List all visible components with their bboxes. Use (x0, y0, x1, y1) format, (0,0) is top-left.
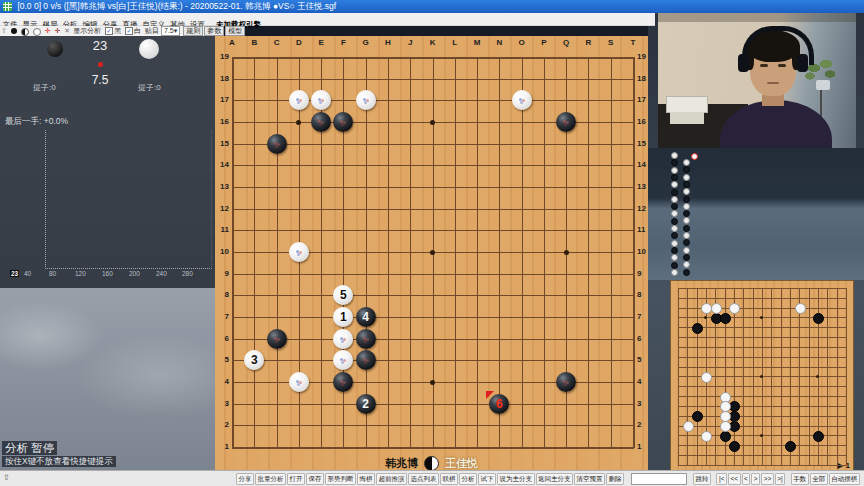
stone-D4[interactable] (289, 372, 309, 392)
tree-node[interactable] (683, 203, 690, 210)
bottom-button-设为主分支[interactable]: 设为主分支 (497, 473, 535, 485)
bottom-button-全部[interactable]: 全部 (810, 473, 828, 485)
tree-node[interactable] (683, 181, 690, 188)
main-board-area: 韩兆博 王佳悦 A1919B1818C1717D1616E1515F1414G1… (215, 26, 648, 470)
jump-move-input[interactable] (631, 473, 687, 485)
coord-number: 17 (216, 95, 229, 104)
nav-back[interactable]: < (742, 473, 751, 485)
coord-number: 4 (216, 377, 229, 386)
nav-forward10[interactable]: >> (761, 473, 774, 485)
coord-letter: M (469, 38, 485, 47)
tree-node[interactable] (671, 247, 678, 254)
stone-F4[interactable] (333, 372, 353, 392)
stone-E17[interactable] (311, 90, 331, 110)
tree-node[interactable] (671, 218, 678, 225)
stone-G7[interactable]: 4 (356, 307, 376, 327)
coord-number: 9 (216, 269, 229, 278)
stone-Q4[interactable] (556, 372, 576, 392)
bottom-toolbar: ⇧ 分享批量分析打开保存形势判断悔棋超前推演选点列表联棋分析试下设为主分支返回主… (0, 470, 864, 486)
coord-number: 16 (216, 117, 229, 126)
clear-marker-icon[interactable]: ✕ (64, 26, 70, 36)
move-tree-panel[interactable] (648, 148, 864, 280)
komi-spinner[interactable]: 7.5▾ (161, 26, 180, 36)
coord-letter: N (491, 38, 507, 47)
tree-node[interactable] (671, 152, 678, 159)
coord-number: 6 (216, 334, 229, 343)
coord-number: 5 (216, 355, 229, 364)
coord-number: 14 (216, 160, 229, 169)
tree-node[interactable] (671, 159, 678, 166)
bottom-button-超前推演[interactable]: 超前推演 (376, 473, 407, 485)
coord-number: 10 (216, 247, 229, 256)
tree-node[interactable] (671, 196, 678, 203)
current-move-dot (98, 62, 103, 67)
tree-node[interactable] (683, 254, 690, 261)
tree-node[interactable] (683, 196, 690, 203)
white-stone-icon[interactable] (33, 28, 41, 36)
komi-value: 7.5 (80, 73, 120, 87)
toolbar-button-参数[interactable]: 参数 (204, 26, 224, 36)
main-board[interactable]: 韩兆博 王佳悦 A1919B1818C1717D1616E1515F1414G1… (215, 36, 648, 470)
stone-B5[interactable] (683, 421, 694, 432)
coord-letter: L (447, 38, 463, 47)
last-move-delta: 最后一手: +0.0% (5, 116, 68, 128)
half-stone-icon[interactable] (21, 28, 29, 36)
stone-G3[interactable]: 2 (356, 394, 376, 414)
go-analysis-app: [0.0 0] 0 v/s ([黑]韩兆博 vs[白]王佳悦)(结果:) - 2… (0, 0, 864, 486)
marker-darkred-icon[interactable]: ✛ (55, 26, 61, 36)
analysis-status: 分析 暂停 (2, 441, 57, 455)
tree-node[interactable] (683, 232, 690, 239)
white-checkbox[interactable]: ✓ (125, 27, 133, 35)
jump-button[interactable]: 跳转 (693, 473, 711, 485)
stone-F5[interactable] (720, 421, 731, 432)
tree-node[interactable] (671, 254, 678, 261)
tree-node[interactable] (683, 159, 690, 166)
black-checkbox[interactable]: ✓ (105, 27, 113, 35)
shortcut-hint: 按住X键不放查看快捷键提示 (2, 456, 116, 467)
analysis-panel: 23 7.5 提子:0 提子:0 最后一手: +0.0% 23408012016… (0, 36, 215, 470)
white-captures: 提子:0 (138, 82, 161, 93)
coord-letter: T (625, 38, 641, 47)
app-icon (3, 2, 12, 11)
coord-letter: Q (558, 38, 574, 47)
window-title: [0.0 0] 0 v/s ([黑]韩兆博 vs[白]王佳悦)(结果:) - 2… (17, 1, 336, 11)
coord-number: 12 (216, 204, 229, 213)
tree-node[interactable] (683, 166, 690, 173)
stone-G3[interactable] (729, 441, 740, 452)
graph-tick: 240 (156, 270, 167, 277)
webcam-video (658, 8, 856, 148)
tree-node[interactable] (683, 217, 690, 224)
tree-node[interactable] (683, 247, 690, 254)
tree-node[interactable] (671, 181, 678, 188)
coord-letter: K (425, 38, 441, 47)
bottom-button-批量分析[interactable]: 批量分析 (255, 473, 286, 485)
coord-letter: O (514, 38, 530, 47)
tree-node[interactable] (683, 261, 690, 268)
player-bar: 韩兆博 王佳悦 (215, 453, 648, 471)
show-analysis-label: 显示分析 (73, 27, 101, 34)
stone-D17[interactable] (289, 90, 309, 110)
tree-node[interactable] (671, 167, 678, 174)
tree-node[interactable] (683, 269, 690, 276)
coord-number: 2 (216, 420, 229, 429)
coord-letter: S (603, 38, 619, 47)
black-checkbox-label: 黑 (114, 27, 121, 34)
stone-F5[interactable] (333, 350, 353, 370)
coord-letter: J (402, 38, 418, 47)
stone-G17[interactable] (729, 303, 740, 314)
stone-Q4[interactable] (813, 431, 824, 442)
stone-N3[interactable]: 6 (489, 394, 509, 414)
stone-O17[interactable] (795, 303, 806, 314)
coord-number: 3 (216, 399, 229, 408)
white-player-stone (139, 39, 159, 59)
stone-N3[interactable] (785, 441, 796, 452)
tree-node[interactable] (671, 232, 678, 239)
coord-number: 18 (216, 74, 229, 83)
coord-letter: H (380, 38, 396, 47)
nav-back10[interactable]: << (728, 473, 741, 485)
bottom-button-分享[interactable]: 分享 (236, 473, 254, 485)
stone-G6[interactable] (356, 329, 376, 349)
coord-number: 11 (216, 225, 229, 234)
stone-F16[interactable] (333, 112, 353, 132)
bottom-button-形势判断[interactable]: 形势判断 (325, 473, 356, 485)
stone-G5[interactable] (356, 350, 376, 370)
winrate-graph[interactable] (45, 130, 212, 269)
coord-number: 15 (216, 139, 229, 148)
coord-number: 19 (216, 52, 229, 61)
stone-F8[interactable]: 5 (333, 285, 353, 305)
tree-node[interactable] (683, 188, 690, 195)
graph-tick: 120 (75, 270, 86, 277)
bottom-button-悔棋[interactable]: 悔棋 (357, 473, 375, 485)
stone-G17[interactable] (356, 90, 376, 110)
tree-node[interactable] (683, 210, 690, 217)
up-arrow-icon[interactable]: ⇧ (1, 26, 7, 36)
bottom-button-保存[interactable]: 保存 (306, 473, 324, 485)
tree-node[interactable] (683, 225, 690, 232)
bottom-button-选点列表[interactable]: 选点列表 (408, 473, 439, 485)
coord-number: 1 (216, 442, 229, 451)
stone-G5[interactable] (729, 421, 740, 432)
graph-tick: 280 (182, 270, 193, 277)
coord-letter: D (291, 38, 307, 47)
right-panel: ▶ 1 (648, 0, 864, 486)
black-captures: 提子:0 (33, 82, 56, 93)
graph-tick: 40 (24, 270, 31, 277)
coord-number: 8 (216, 290, 229, 299)
score-panel: 23 7.5 提子:0 提子:0 最后一手: +0.0% 23408012016… (0, 36, 215, 288)
graph-tick: 200 (129, 270, 140, 277)
toolbar-button-规则[interactable]: 规则 (183, 26, 203, 36)
tree-node[interactable] (671, 269, 678, 276)
coord-letter: F (335, 38, 351, 47)
tree-node-current[interactable] (691, 153, 698, 160)
tree-node[interactable] (671, 225, 678, 232)
stone-Q16[interactable] (556, 112, 576, 132)
yin-yang-stone-icon (424, 456, 439, 471)
stone-F16[interactable] (720, 313, 731, 324)
graph-tick: 80 (49, 270, 56, 277)
graph-tick: 160 (102, 270, 113, 277)
nav-first[interactable]: |< (716, 473, 726, 485)
tree-node[interactable] (683, 239, 690, 246)
analysis-toolbar: ⇧ ✛ ✛ ✕ 显示分析 ✓黑 ✓白 贴目 7.5▾ 规则参数模型 (0, 26, 215, 36)
stone-D10[interactable] (701, 372, 712, 383)
nav-forward[interactable]: > (751, 473, 760, 485)
stone-C15[interactable] (267, 134, 287, 154)
marker-red-icon[interactable]: ✛ (45, 26, 51, 36)
stone-B5[interactable]: 3 (244, 350, 264, 370)
coord-letter: B (246, 38, 262, 47)
coord-letter: P (536, 38, 552, 47)
stone-E16[interactable] (311, 112, 331, 132)
coord-letter: A (224, 38, 240, 47)
bottom-button-清空预置[interactable]: 清空预置 (574, 473, 605, 485)
tree-node[interactable] (671, 240, 678, 247)
bottom-button-联棋[interactable]: 联棋 (440, 473, 458, 485)
board-top-strip (215, 26, 648, 36)
stone-F6[interactable] (333, 329, 353, 349)
tree-node[interactable] (671, 203, 678, 210)
stone-C6[interactable] (692, 411, 703, 422)
coord-number: 7 (216, 312, 229, 321)
bottom-button-手数[interactable]: 手数 (791, 473, 809, 485)
stone-E17[interactable] (711, 303, 722, 314)
tree-node[interactable] (671, 210, 678, 217)
coord-letter: E (313, 38, 329, 47)
window-titlebar: [0.0 0] 0 v/s ([黑]韩兆博 vs[白]王佳悦)(结果:) - 2… (0, 0, 864, 13)
stone-F4[interactable] (720, 431, 731, 442)
stone-C15[interactable] (692, 323, 703, 334)
stone-Q16[interactable] (813, 313, 824, 324)
stone-O17[interactable] (512, 90, 532, 110)
komi-label: 贴目 (145, 27, 159, 34)
tree-node[interactable] (671, 189, 678, 196)
bottom-button-分析[interactable]: 分析 (459, 473, 477, 485)
coord-letter: R (580, 38, 596, 47)
stone-D4[interactable] (701, 431, 712, 442)
bottom-button-打开[interactable]: 打开 (287, 473, 305, 485)
bottom-button-删除[interactable]: 删除 (606, 473, 624, 485)
menu-bar: 文件显示棋局分析编辑分享直播自定义其他设置 未加载权引擎 (0, 13, 655, 26)
white-checkbox-label: 白 (134, 27, 141, 34)
coord-letter: G (358, 38, 374, 47)
tree-node[interactable] (671, 174, 678, 181)
stone-D10[interactable] (289, 242, 309, 262)
stone-F7[interactable]: 1 (333, 307, 353, 327)
mini-board[interactable]: ▶ 1 (670, 280, 854, 472)
up-arrow-small-icon[interactable]: ⇧ (3, 473, 10, 482)
black-player-stone (47, 41, 63, 57)
toolbar-button-模型[interactable]: 模型 (225, 26, 245, 36)
bottom-button-试下[interactable]: 试下 (478, 473, 496, 485)
stone-C6[interactable] (267, 329, 287, 349)
coord-letter: C (269, 38, 285, 47)
nav-last[interactable]: >| (775, 473, 785, 485)
graph-current-move: 23 (10, 270, 19, 277)
tree-node[interactable] (683, 174, 690, 181)
graph-axis: 234080120160200240280 (0, 270, 215, 282)
black-player-name: 韩兆博 (385, 456, 418, 471)
coord-number: 13 (216, 182, 229, 191)
move-number: 23 (80, 38, 120, 53)
tree-node[interactable] (671, 262, 678, 269)
bottom-button-返回主分支[interactable]: 返回主分支 (536, 473, 574, 485)
white-player-name: 王佳悦 (445, 456, 478, 471)
black-stone-icon[interactable] (11, 28, 17, 34)
bottom-button-自动摆棋[interactable]: 自动摆棋 (829, 473, 860, 485)
